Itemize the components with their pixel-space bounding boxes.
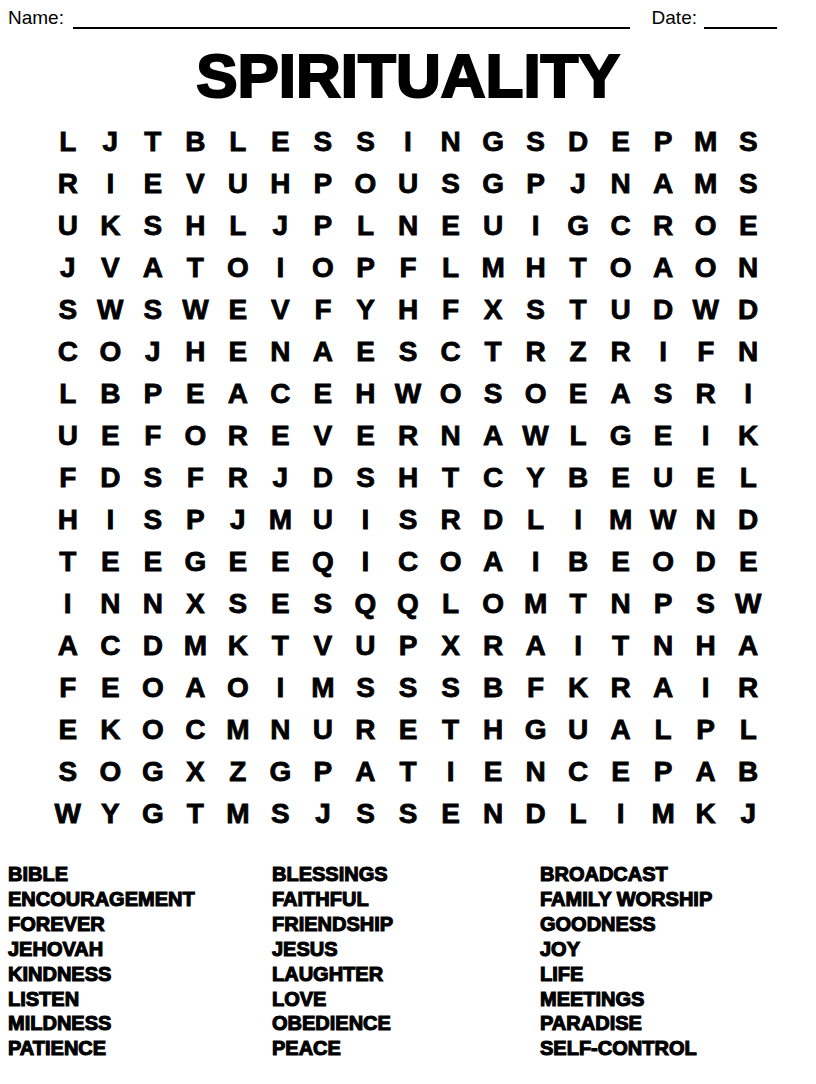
grid-cell[interactable]: X bbox=[429, 625, 472, 667]
grid-cell[interactable]: U bbox=[302, 499, 345, 541]
grid-cell[interactable]: E bbox=[217, 289, 260, 331]
grid-cell[interactable]: F bbox=[47, 667, 90, 709]
grid-cell[interactable]: Y bbox=[344, 289, 387, 331]
grid-cell[interactable]: F bbox=[514, 667, 557, 709]
grid-cell[interactable]: F bbox=[429, 289, 472, 331]
grid-cell[interactable]: D bbox=[727, 499, 770, 541]
grid-cell[interactable]: S bbox=[387, 499, 430, 541]
grid-cell[interactable]: O bbox=[472, 583, 515, 625]
grid-cell[interactable]: C bbox=[89, 625, 132, 667]
grid-cell[interactable]: D bbox=[684, 541, 727, 583]
grid-cell[interactable]: V bbox=[302, 415, 345, 457]
grid-cell[interactable]: N bbox=[259, 709, 302, 751]
grid-cell[interactable]: M bbox=[217, 709, 260, 751]
grid-cell[interactable]: I bbox=[89, 163, 132, 205]
grid-cell[interactable]: R bbox=[599, 667, 642, 709]
grid-cell[interactable]: G bbox=[599, 415, 642, 457]
grid-cell[interactable]: A bbox=[217, 373, 260, 415]
grid-cell[interactable]: B bbox=[174, 121, 217, 163]
grid-cell[interactable]: T bbox=[174, 247, 217, 289]
grid-cell[interactable]: G bbox=[132, 751, 175, 793]
grid-cell[interactable]: A bbox=[599, 373, 642, 415]
grid-cell[interactable]: E bbox=[642, 415, 685, 457]
grid-cell[interactable]: R bbox=[684, 373, 727, 415]
grid-cell[interactable]: I bbox=[557, 499, 600, 541]
grid-cell[interactable]: C bbox=[599, 205, 642, 247]
grid-cell[interactable]: U bbox=[217, 163, 260, 205]
grid-cell[interactable]: M bbox=[217, 793, 260, 835]
grid-cell[interactable]: F bbox=[132, 415, 175, 457]
grid-cell[interactable]: S bbox=[217, 583, 260, 625]
grid-cell[interactable]: K bbox=[89, 205, 132, 247]
grid-cell[interactable]: B bbox=[89, 373, 132, 415]
grid-cell[interactable]: S bbox=[387, 667, 430, 709]
grid-cell[interactable]: M bbox=[642, 793, 685, 835]
grid-cell[interactable]: S bbox=[132, 457, 175, 499]
grid-cell[interactable]: P bbox=[344, 247, 387, 289]
grid-cell[interactable]: V bbox=[259, 289, 302, 331]
grid-cell[interactable]: E bbox=[259, 415, 302, 457]
word-item: LIFE bbox=[540, 962, 816, 987]
grid-cell[interactable]: E bbox=[599, 751, 642, 793]
grid-cell[interactable]: J bbox=[557, 163, 600, 205]
grid-cell[interactable]: O bbox=[89, 331, 132, 373]
grid-cell[interactable]: J bbox=[727, 793, 770, 835]
word-item: KINDNESS bbox=[8, 962, 272, 987]
grid-cell[interactable]: X bbox=[174, 583, 217, 625]
grid-cell[interactable]: F bbox=[47, 457, 90, 499]
grid-cell[interactable]: V bbox=[174, 163, 217, 205]
grid-cell[interactable]: H bbox=[472, 709, 515, 751]
grid-cell[interactable]: G bbox=[174, 541, 217, 583]
grid-cell[interactable]: E bbox=[217, 541, 260, 583]
grid-cell[interactable]: X bbox=[174, 751, 217, 793]
grid-cell[interactable]: E bbox=[259, 541, 302, 583]
grid-cell[interactable]: J bbox=[302, 793, 345, 835]
grid-cell[interactable]: I bbox=[47, 583, 90, 625]
grid-cell[interactable]: N bbox=[259, 331, 302, 373]
grid-cell[interactable]: E bbox=[259, 583, 302, 625]
grid-cell[interactable]: I bbox=[514, 541, 557, 583]
grid-cell[interactable]: U bbox=[642, 457, 685, 499]
grid-cell[interactable]: T bbox=[472, 331, 515, 373]
grid-cell[interactable]: R bbox=[217, 415, 260, 457]
grid-cell[interactable]: R bbox=[47, 163, 90, 205]
grid-cell[interactable]: O bbox=[217, 247, 260, 289]
grid-cell[interactable]: E bbox=[387, 709, 430, 751]
word-item: SELF-CONTROL bbox=[540, 1036, 816, 1061]
grid-cell[interactable]: S bbox=[642, 373, 685, 415]
grid-cell[interactable]: L bbox=[217, 121, 260, 163]
grid-cell[interactable]: E bbox=[727, 541, 770, 583]
grid-cell[interactable]: K bbox=[89, 709, 132, 751]
grid-cell[interactable]: I bbox=[727, 373, 770, 415]
grid-cell[interactable]: S bbox=[132, 499, 175, 541]
grid-cell[interactable]: Q bbox=[387, 583, 430, 625]
grid-cell[interactable]: G bbox=[472, 121, 515, 163]
grid-cell[interactable]: U bbox=[47, 205, 90, 247]
grid-cell[interactable]: U bbox=[557, 709, 600, 751]
grid-cell[interactable]: J bbox=[132, 331, 175, 373]
grid-cell[interactable]: S bbox=[259, 793, 302, 835]
grid-cell[interactable]: E bbox=[259, 121, 302, 163]
grid-cell[interactable]: S bbox=[344, 793, 387, 835]
word-item: LOVE bbox=[272, 987, 540, 1012]
word-search-grid: LJTBLESSINGSDEPMSRIEVUHPOUSGPJNAMSUKSHLJ… bbox=[47, 121, 770, 835]
grid-cell[interactable]: P bbox=[387, 625, 430, 667]
grid-cell[interactable]: E bbox=[344, 415, 387, 457]
grid-cell[interactable]: N bbox=[514, 751, 557, 793]
grid-cell[interactable]: C bbox=[429, 331, 472, 373]
grid-cell[interactable]: D bbox=[472, 499, 515, 541]
grid-cell[interactable]: N bbox=[684, 499, 727, 541]
grid-cell[interactable]: A bbox=[642, 163, 685, 205]
grid-cell[interactable]: P bbox=[302, 205, 345, 247]
grid-cell[interactable]: Q bbox=[344, 583, 387, 625]
grid-cell[interactable]: X bbox=[472, 289, 515, 331]
grid-cell[interactable]: A bbox=[642, 667, 685, 709]
grid-cell[interactable]: R bbox=[514, 331, 557, 373]
grid-cell[interactable]: N bbox=[132, 583, 175, 625]
grid-cell[interactable]: O bbox=[89, 751, 132, 793]
grid-cell[interactable]: B bbox=[472, 667, 515, 709]
grid-cell[interactable]: C bbox=[259, 373, 302, 415]
grid-cell[interactable]: A bbox=[132, 247, 175, 289]
grid-cell[interactable]: I bbox=[599, 793, 642, 835]
grid-cell[interactable]: W bbox=[387, 373, 430, 415]
grid-cell[interactable]: D bbox=[557, 121, 600, 163]
grid-cell[interactable]: O bbox=[344, 163, 387, 205]
grid-cell[interactable]: N bbox=[599, 583, 642, 625]
grid-cell[interactable]: B bbox=[557, 457, 600, 499]
grid-cell[interactable]: E bbox=[599, 457, 642, 499]
grid-cell[interactable]: N bbox=[599, 163, 642, 205]
grid-cell[interactable]: S bbox=[387, 793, 430, 835]
grid-cell[interactable]: R bbox=[642, 205, 685, 247]
grid-cell[interactable]: R bbox=[344, 709, 387, 751]
grid-cell[interactable]: K bbox=[684, 793, 727, 835]
grid-cell[interactable]: L bbox=[344, 205, 387, 247]
grid-cell[interactable]: C bbox=[472, 457, 515, 499]
grid-cell[interactable]: A bbox=[302, 331, 345, 373]
grid-cell[interactable]: H bbox=[47, 499, 90, 541]
grid-cell[interactable]: P bbox=[642, 121, 685, 163]
word-item: OBEDIENCE bbox=[272, 1011, 540, 1036]
grid-cell[interactable]: Q bbox=[302, 541, 345, 583]
grid-cell[interactable]: F bbox=[387, 247, 430, 289]
grid-cell[interactable]: J bbox=[217, 499, 260, 541]
grid-cell[interactable]: A bbox=[472, 541, 515, 583]
grid-cell[interactable]: R bbox=[387, 415, 430, 457]
grid-cell[interactable]: P bbox=[684, 709, 727, 751]
grid-cell[interactable]: P bbox=[302, 751, 345, 793]
grid-cell[interactable]: I bbox=[684, 667, 727, 709]
grid-cell[interactable]: W bbox=[684, 289, 727, 331]
grid-cell[interactable]: T bbox=[47, 541, 90, 583]
grid-cell[interactable]: S bbox=[132, 205, 175, 247]
grid-cell[interactable]: T bbox=[259, 625, 302, 667]
grid-cell[interactable]: F bbox=[174, 457, 217, 499]
grid-cell[interactable]: O bbox=[132, 667, 175, 709]
grid-cell[interactable]: Z bbox=[217, 751, 260, 793]
grid-cell[interactable]: G bbox=[259, 751, 302, 793]
grid-cell[interactable]: N bbox=[89, 583, 132, 625]
grid-cell[interactable]: E bbox=[47, 709, 90, 751]
grid-cell[interactable]: P bbox=[642, 583, 685, 625]
grid-cell[interactable]: O bbox=[642, 541, 685, 583]
grid-cell[interactable]: S bbox=[514, 121, 557, 163]
grid-cell[interactable]: L bbox=[727, 709, 770, 751]
word-item: LAUGHTER bbox=[272, 962, 540, 987]
grid-cell[interactable]: U bbox=[599, 289, 642, 331]
grid-cell[interactable]: N bbox=[472, 793, 515, 835]
grid-cell[interactable]: E bbox=[174, 373, 217, 415]
grid-cell[interactable]: S bbox=[47, 751, 90, 793]
grid-cell[interactable]: E bbox=[599, 541, 642, 583]
grid-cell[interactable]: L bbox=[642, 709, 685, 751]
grid-cell[interactable]: M bbox=[174, 625, 217, 667]
grid-cell[interactable]: I bbox=[514, 205, 557, 247]
grid-cell[interactable]: R bbox=[599, 331, 642, 373]
grid-cell[interactable]: I bbox=[259, 667, 302, 709]
grid-cell[interactable]: E bbox=[557, 373, 600, 415]
grid-cell[interactable]: R bbox=[472, 625, 515, 667]
grid-cell[interactable]: Y bbox=[514, 457, 557, 499]
grid-cell[interactable]: L bbox=[727, 457, 770, 499]
grid-cell[interactable]: E bbox=[429, 793, 472, 835]
grid-cell[interactable]: L bbox=[514, 499, 557, 541]
grid-cell[interactable]: C bbox=[174, 709, 217, 751]
grid-cell[interactable]: L bbox=[429, 583, 472, 625]
grid-cell[interactable]: C bbox=[557, 751, 600, 793]
grid-cell[interactable]: S bbox=[727, 163, 770, 205]
grid-cell[interactable]: H bbox=[387, 289, 430, 331]
grid-cell[interactable]: K bbox=[217, 625, 260, 667]
grid-cell[interactable]: P bbox=[642, 751, 685, 793]
grid-cell[interactable]: L bbox=[47, 373, 90, 415]
grid-cell[interactable]: I bbox=[387, 121, 430, 163]
grid-cell[interactable]: H bbox=[174, 331, 217, 373]
name-input-line[interactable] bbox=[73, 9, 630, 29]
grid-cell[interactable]: S bbox=[344, 667, 387, 709]
grid-cell[interactable]: O bbox=[684, 205, 727, 247]
grid-cell[interactable]: W bbox=[727, 583, 770, 625]
grid-cell[interactable]: T bbox=[429, 457, 472, 499]
grid-cell[interactable]: U bbox=[47, 415, 90, 457]
grid-cell[interactable]: J bbox=[47, 247, 90, 289]
grid-cell[interactable]: R bbox=[429, 499, 472, 541]
grid-cell[interactable]: O bbox=[217, 667, 260, 709]
grid-cell[interactable]: N bbox=[727, 331, 770, 373]
grid-cell[interactable]: S bbox=[429, 667, 472, 709]
grid-cell[interactable]: R bbox=[727, 667, 770, 709]
grid-cell[interactable]: I bbox=[429, 751, 472, 793]
grid-cell[interactable]: P bbox=[302, 163, 345, 205]
grid-cell[interactable]: H bbox=[514, 247, 557, 289]
grid-cell[interactable]: O bbox=[429, 373, 472, 415]
grid-cell[interactable]: P bbox=[514, 163, 557, 205]
grid-cell[interactable]: V bbox=[302, 625, 345, 667]
grid-cell[interactable]: M bbox=[514, 583, 557, 625]
grid-cell[interactable]: W bbox=[514, 415, 557, 457]
grid-cell[interactable]: G bbox=[557, 205, 600, 247]
grid-cell[interactable]: E bbox=[132, 163, 175, 205]
word-item: FOREVER bbox=[8, 912, 272, 937]
grid-cell[interactable]: D bbox=[727, 289, 770, 331]
grid-cell[interactable]: A bbox=[642, 247, 685, 289]
grid-cell[interactable]: H bbox=[174, 205, 217, 247]
grid-cell[interactable]: T bbox=[429, 709, 472, 751]
grid-cell[interactable]: W bbox=[174, 289, 217, 331]
grid-cell[interactable]: M bbox=[599, 499, 642, 541]
grid-cell[interactable]: L bbox=[557, 415, 600, 457]
grid-cell[interactable]: M bbox=[302, 667, 345, 709]
grid-cell[interactable]: O bbox=[132, 709, 175, 751]
grid-cell[interactable]: S bbox=[344, 121, 387, 163]
grid-cell[interactable]: O bbox=[514, 373, 557, 415]
grid-cell[interactable]: S bbox=[344, 457, 387, 499]
grid-cell[interactable]: Z bbox=[557, 331, 600, 373]
grid-cell[interactable]: S bbox=[47, 289, 90, 331]
grid-cell[interactable]: E bbox=[344, 331, 387, 373]
grid-cell[interactable]: L bbox=[47, 121, 90, 163]
grid-cell[interactable]: D bbox=[89, 457, 132, 499]
grid-cell[interactable]: W bbox=[89, 289, 132, 331]
grid-cell[interactable]: N bbox=[642, 625, 685, 667]
grid-cell[interactable]: S bbox=[684, 583, 727, 625]
grid-cell[interactable]: C bbox=[47, 331, 90, 373]
grid-cell[interactable]: G bbox=[514, 709, 557, 751]
grid-cell[interactable]: I bbox=[557, 625, 600, 667]
grid-cell[interactable]: T bbox=[387, 751, 430, 793]
grid-cell[interactable]: S bbox=[472, 373, 515, 415]
grid-cell[interactable]: S bbox=[727, 121, 770, 163]
grid-cell[interactable]: A bbox=[344, 751, 387, 793]
grid-cell[interactable]: G bbox=[132, 793, 175, 835]
grid-cell[interactable]: J bbox=[259, 205, 302, 247]
grid-cell[interactable]: U bbox=[302, 709, 345, 751]
grid-cell[interactable]: T bbox=[557, 583, 600, 625]
grid-cell[interactable]: K bbox=[727, 415, 770, 457]
grid-cell[interactable]: I bbox=[642, 331, 685, 373]
grid-cell[interactable]: I bbox=[344, 541, 387, 583]
grid-cell[interactable]: E bbox=[89, 541, 132, 583]
grid-cell[interactable]: T bbox=[174, 793, 217, 835]
grid-cell[interactable]: K bbox=[557, 667, 600, 709]
grid-cell[interactable]: A bbox=[599, 709, 642, 751]
grid-cell[interactable]: F bbox=[302, 289, 345, 331]
grid-cell[interactable]: A bbox=[472, 415, 515, 457]
grid-cell[interactable]: E bbox=[727, 205, 770, 247]
grid-cell[interactable]: H bbox=[684, 625, 727, 667]
grid-cell[interactable]: U bbox=[472, 205, 515, 247]
grid-cell[interactable]: I bbox=[344, 499, 387, 541]
word-item: BLESSINGS bbox=[272, 862, 540, 887]
grid-cell[interactable]: O bbox=[599, 247, 642, 289]
grid-cell[interactable]: F bbox=[684, 331, 727, 373]
grid-cell[interactable]: A bbox=[684, 751, 727, 793]
grid-cell[interactable]: E bbox=[684, 457, 727, 499]
grid-cell[interactable]: W bbox=[642, 499, 685, 541]
grid-cell[interactable]: J bbox=[259, 457, 302, 499]
grid-cell[interactable]: E bbox=[217, 331, 260, 373]
grid-cell[interactable]: H bbox=[259, 163, 302, 205]
grid-cell[interactable]: D bbox=[302, 457, 345, 499]
grid-cell[interactable]: E bbox=[89, 667, 132, 709]
grid-cell[interactable]: M bbox=[472, 247, 515, 289]
grid-cell[interactable]: H bbox=[344, 373, 387, 415]
grid-cell[interactable]: E bbox=[599, 121, 642, 163]
grid-cell[interactable]: N bbox=[429, 415, 472, 457]
grid-cell[interactable]: L bbox=[217, 205, 260, 247]
grid-cell[interactable]: E bbox=[429, 205, 472, 247]
grid-cell[interactable]: O bbox=[174, 415, 217, 457]
grid-cell[interactable]: C bbox=[387, 541, 430, 583]
grid-cell[interactable]: I bbox=[89, 499, 132, 541]
grid-cell[interactable]: D bbox=[132, 625, 175, 667]
grid-cell[interactable]: S bbox=[132, 289, 175, 331]
grid-cell[interactable]: L bbox=[429, 247, 472, 289]
grid-cell[interactable]: W bbox=[47, 793, 90, 835]
grid-cell[interactable]: T bbox=[557, 289, 600, 331]
grid-cell[interactable]: N bbox=[429, 121, 472, 163]
grid-cell[interactable]: P bbox=[174, 499, 217, 541]
grid-cell[interactable]: M bbox=[684, 121, 727, 163]
grid-cell[interactable]: S bbox=[302, 583, 345, 625]
grid-cell[interactable]: Y bbox=[89, 793, 132, 835]
grid-cell[interactable]: S bbox=[514, 289, 557, 331]
grid-cell[interactable]: U bbox=[344, 625, 387, 667]
grid-cell[interactable]: V bbox=[89, 247, 132, 289]
grid-cell[interactable]: T bbox=[599, 625, 642, 667]
grid-cell[interactable]: U bbox=[387, 163, 430, 205]
grid-cell[interactable]: B bbox=[727, 751, 770, 793]
grid-cell[interactable]: N bbox=[387, 205, 430, 247]
grid-cell[interactable]: M bbox=[684, 163, 727, 205]
grid-cell[interactable]: S bbox=[387, 331, 430, 373]
grid-cell[interactable]: I bbox=[684, 415, 727, 457]
grid-cell[interactable]: R bbox=[217, 457, 260, 499]
grid-cell[interactable]: B bbox=[557, 541, 600, 583]
grid-cell[interactable]: A bbox=[514, 625, 557, 667]
grid-cell[interactable]: D bbox=[642, 289, 685, 331]
grid-cell[interactable]: I bbox=[259, 247, 302, 289]
grid-cell[interactable]: O bbox=[684, 247, 727, 289]
date-input-line[interactable] bbox=[704, 9, 777, 29]
grid-cell[interactable]: T bbox=[557, 247, 600, 289]
grid-cell[interactable]: O bbox=[302, 247, 345, 289]
grid-cell[interactable]: S bbox=[429, 163, 472, 205]
grid-cell[interactable]: J bbox=[89, 121, 132, 163]
grid-cell[interactable]: M bbox=[259, 499, 302, 541]
grid-cell[interactable]: T bbox=[132, 121, 175, 163]
grid-cell[interactable]: P bbox=[132, 373, 175, 415]
grid-cell[interactable]: L bbox=[557, 793, 600, 835]
grid-cell[interactable]: O bbox=[429, 541, 472, 583]
grid-cell[interactable]: E bbox=[302, 373, 345, 415]
grid-cell[interactable]: G bbox=[472, 163, 515, 205]
grid-cell[interactable]: A bbox=[174, 667, 217, 709]
grid-cell[interactable]: A bbox=[47, 625, 90, 667]
grid-cell[interactable]: A bbox=[727, 625, 770, 667]
grid-cell[interactable]: H bbox=[387, 457, 430, 499]
grid-cell[interactable]: S bbox=[302, 121, 345, 163]
grid-cell[interactable]: D bbox=[514, 793, 557, 835]
grid-cell[interactable]: E bbox=[132, 541, 175, 583]
grid-cell[interactable]: E bbox=[89, 415, 132, 457]
grid-cell[interactable]: N bbox=[727, 247, 770, 289]
grid-cell[interactable]: E bbox=[472, 751, 515, 793]
